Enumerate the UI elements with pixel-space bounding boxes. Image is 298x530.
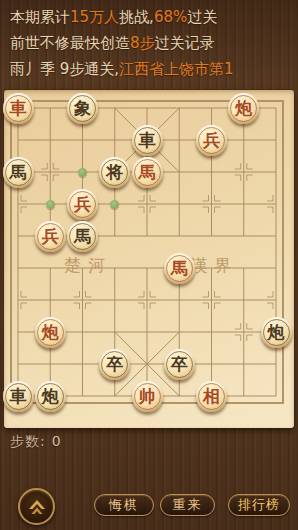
move-hint-dot[interactable] (78, 168, 87, 177)
piece-red-相[interactable]: 相 (196, 381, 227, 412)
piece-black-馬[interactable]: 馬 (3, 157, 34, 188)
piece-black-卒[interactable]: 卒 (99, 349, 130, 380)
challenge-stats-line: 本期累计15万人挑战,68%过关 (10, 4, 294, 30)
piece-character: 兵 (35, 221, 66, 252)
challenge-info-panel: 本期累计15万人挑战,68%过关 前世不修最快创造8步过关记录 雨丿季 9步通关… (10, 4, 294, 82)
piece-red-馬[interactable]: 馬 (132, 157, 163, 188)
piece-black-車[interactable]: 車 (3, 381, 34, 412)
piece-character: 将 (99, 157, 130, 188)
piece-character: 炮 (35, 381, 66, 412)
piece-red-帅[interactable]: 帅 (132, 381, 163, 412)
piece-red-兵[interactable]: 兵 (67, 189, 98, 220)
piece-red-馬[interactable]: 馬 (164, 253, 195, 284)
plain-text: 过关 (187, 8, 217, 26)
piece-red-炮[interactable]: 炮 (228, 93, 259, 124)
move-hint-dot[interactable] (46, 200, 55, 209)
piece-character: 車 (132, 125, 163, 156)
regional-rank-line: 雨丿季 9步通关,江西省上饶市第1 (10, 56, 294, 82)
step-counter-value: 0 (52, 433, 62, 449)
piece-red-車[interactable]: 車 (3, 93, 34, 124)
piece-character: 炮 (228, 93, 259, 124)
piece-character: 兵 (67, 189, 98, 220)
piece-black-炮[interactable]: 炮 (35, 381, 66, 412)
piece-black-炮[interactable]: 炮 (261, 317, 292, 348)
piece-character: 馬 (67, 221, 98, 252)
highlighted-text: 68% (154, 8, 187, 26)
restart-button[interactable]: 重来 (160, 494, 215, 516)
piece-black-車[interactable]: 車 (132, 125, 163, 156)
piece-character: 車 (3, 93, 34, 124)
piece-character: 卒 (99, 349, 130, 380)
step-counter: 步数:0 (10, 433, 62, 451)
piece-black-将[interactable]: 将 (99, 157, 130, 188)
undo-move-button[interactable]: 悔棋 (94, 494, 154, 516)
piece-red-炮[interactable]: 炮 (35, 317, 66, 348)
piece-character: 兵 (196, 125, 227, 156)
piece-black-馬[interactable]: 馬 (67, 221, 98, 252)
piece-character: 馬 (3, 157, 34, 188)
piece-red-兵[interactable]: 兵 (196, 125, 227, 156)
plain-text: 挑战, (119, 8, 154, 26)
chevron-up-icon (24, 494, 50, 520)
plain-text: 雨丿季 9步通关, (10, 60, 119, 78)
leaderboard-button[interactable]: 排行榜 (228, 494, 290, 516)
piece-character: 帅 (132, 381, 163, 412)
highlighted-text: 8步 (130, 34, 155, 52)
plain-text: 本期累计 (10, 8, 70, 26)
river-label-chu: 楚河 (64, 254, 112, 277)
menu-button[interactable] (18, 488, 55, 525)
piece-character: 象 (67, 93, 98, 124)
move-hint-dot[interactable] (110, 200, 119, 209)
river-label-han: 漢界 (190, 254, 238, 277)
step-counter-label: 步数: (10, 433, 46, 449)
piece-black-卒[interactable]: 卒 (164, 349, 195, 380)
xiangqi-board[interactable]: 楚河 漢界 車象炮車兵馬将馬兵兵馬馬炮炮卒卒車炮帅相 (0, 88, 298, 430)
plain-text: 前世不修最快创造 (10, 34, 130, 52)
piece-black-象[interactable]: 象 (67, 93, 98, 124)
piece-character: 車 (3, 381, 34, 412)
record-holder-line: 前世不修最快创造8步过关记录 (10, 30, 294, 56)
piece-character: 卒 (164, 349, 195, 380)
piece-red-兵[interactable]: 兵 (35, 221, 66, 252)
piece-character: 馬 (164, 253, 195, 284)
piece-character: 相 (196, 381, 227, 412)
piece-character: 馬 (132, 157, 163, 188)
plain-text: 过关记录 (155, 34, 215, 52)
highlighted-text: 15万人 (70, 8, 119, 26)
piece-character: 炮 (261, 317, 292, 348)
highlighted-text: 江西省上饶市第1 (119, 60, 234, 78)
piece-character: 炮 (35, 317, 66, 348)
xiangqi-app-window: 本期累计15万人挑战,68%过关 前世不修最快创造8步过关记录 雨丿季 9步通关… (0, 0, 298, 530)
